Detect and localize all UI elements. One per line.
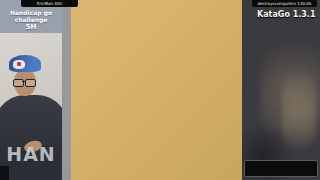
corner-block: [0, 166, 9, 180]
handicap-label: 5H: [0, 23, 62, 31]
left-panel: Handicap go challenge 5H HAN: [0, 0, 62, 180]
engine-name: KataGo 1.3.1: [257, 10, 315, 19]
webcam-view: HAN: [0, 33, 62, 180]
streamer-cap: [9, 55, 41, 72]
streamer-glasses: [13, 79, 37, 86]
right-panel: KataGo 1.3.1: [242, 0, 320, 180]
stream-frame: Handicap go challenge 5H HAN KataGo 1.3.…: [0, 0, 320, 180]
streamer-hoodie: [0, 95, 62, 180]
event-title: Handicap go challenge: [0, 9, 62, 23]
left-player-bar: EricMan 400: [21, 0, 78, 7]
row-label-gutter: [62, 0, 71, 180]
go-board[interactable]: [62, 0, 242, 180]
cap-logo-mark: [17, 62, 21, 66]
watermark-logo: HAN: [0, 143, 62, 165]
engine-info: KataGo 1.3.1: [257, 10, 315, 35]
player-info-box: [244, 160, 318, 177]
right-player-bar: destroyscomputers 130:00: [252, 0, 317, 7]
